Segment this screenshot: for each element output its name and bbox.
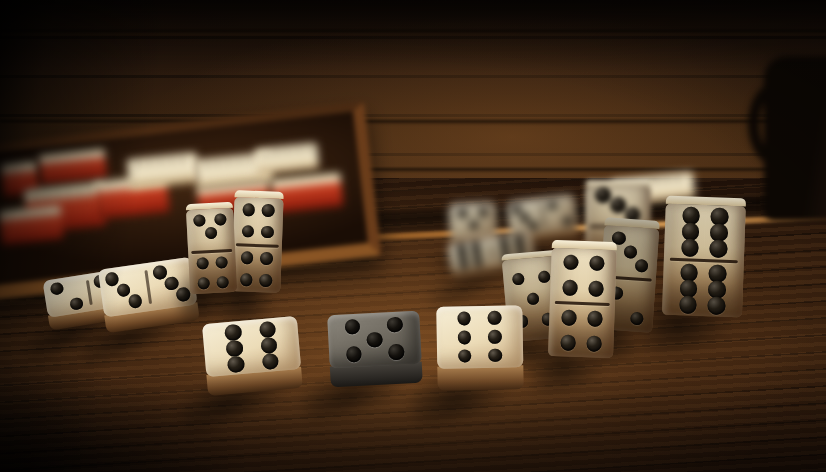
pip xyxy=(710,240,728,258)
pip xyxy=(562,279,578,295)
dominoes-table-scene xyxy=(0,0,826,472)
domino-face xyxy=(548,248,617,358)
pip xyxy=(610,197,626,213)
pip xyxy=(588,280,604,296)
pip xyxy=(196,257,209,270)
pip xyxy=(623,245,637,259)
pip xyxy=(488,311,502,325)
pip xyxy=(457,330,471,344)
pip xyxy=(520,213,529,222)
pip xyxy=(346,346,362,362)
pip xyxy=(387,316,403,332)
pip xyxy=(262,204,275,217)
domino-face xyxy=(202,316,301,377)
tray-tile-red[interactable] xyxy=(0,205,64,245)
pip xyxy=(512,272,525,285)
pip xyxy=(241,225,254,238)
pip xyxy=(344,319,360,335)
domino-4-4[interactable] xyxy=(231,190,283,293)
pip xyxy=(634,259,648,273)
pip xyxy=(193,214,206,227)
pip xyxy=(679,296,697,314)
domino-half xyxy=(188,251,237,294)
wall-plank-seam xyxy=(0,120,826,125)
pip xyxy=(596,187,612,203)
domino-half xyxy=(231,246,282,293)
pip xyxy=(227,355,244,372)
domino-half xyxy=(98,264,150,317)
pip xyxy=(681,239,699,257)
pip xyxy=(488,330,502,344)
pip xyxy=(548,201,557,210)
pip xyxy=(527,292,540,305)
pip xyxy=(49,282,64,297)
domino-face xyxy=(449,202,498,242)
pip xyxy=(560,335,576,351)
domino-6[interactable] xyxy=(436,305,523,392)
domino-half xyxy=(233,197,284,244)
pip xyxy=(587,311,603,327)
domino-4-4[interactable] xyxy=(548,240,617,358)
domino-3-4[interactable] xyxy=(186,202,238,294)
pip xyxy=(224,323,241,340)
pip xyxy=(216,276,229,289)
domino-6[interactable] xyxy=(202,316,303,398)
domino-half xyxy=(664,204,746,261)
pip xyxy=(258,321,275,338)
pip xyxy=(240,273,253,286)
domino-face xyxy=(231,197,283,293)
pip xyxy=(538,270,551,283)
pip xyxy=(563,254,579,270)
pip xyxy=(473,257,483,267)
pip xyxy=(489,348,503,362)
pip xyxy=(457,312,471,326)
pip xyxy=(226,339,243,356)
pip xyxy=(563,216,572,225)
domino-face xyxy=(662,204,746,317)
domino-6-6[interactable] xyxy=(662,196,746,318)
pip xyxy=(261,352,278,369)
pip xyxy=(260,336,277,353)
pip xyxy=(708,297,726,315)
pip xyxy=(388,344,404,360)
pip xyxy=(215,256,228,269)
pip xyxy=(128,293,143,308)
pip xyxy=(458,349,472,363)
wall-plank-seam xyxy=(0,30,826,35)
pip xyxy=(680,263,698,281)
domino-5[interactable] xyxy=(327,311,423,390)
pip xyxy=(561,310,577,326)
domino-half xyxy=(550,248,617,303)
pip xyxy=(69,297,84,312)
pip xyxy=(261,225,274,238)
pip xyxy=(241,251,254,264)
domino-half xyxy=(186,208,235,251)
pip xyxy=(242,203,255,216)
pip xyxy=(214,213,227,226)
pip xyxy=(586,336,602,352)
domino-half xyxy=(42,275,90,319)
pip xyxy=(197,277,210,290)
domino-half xyxy=(662,261,744,318)
pip xyxy=(629,311,643,325)
domino-side-face xyxy=(437,365,523,391)
domino-half xyxy=(542,194,578,232)
pip xyxy=(528,221,537,230)
domino-face xyxy=(436,305,523,368)
pip xyxy=(366,331,382,347)
domino-half xyxy=(548,303,615,358)
pip xyxy=(259,274,272,287)
pip xyxy=(589,255,605,271)
domino-face xyxy=(327,311,422,369)
jug-silhouette xyxy=(764,56,826,221)
pip xyxy=(260,252,273,265)
pip xyxy=(457,208,467,218)
pip xyxy=(478,207,488,217)
pip xyxy=(204,226,217,239)
pip xyxy=(468,220,478,230)
domino-face xyxy=(186,208,237,294)
pip xyxy=(459,259,469,269)
pip xyxy=(512,205,521,214)
